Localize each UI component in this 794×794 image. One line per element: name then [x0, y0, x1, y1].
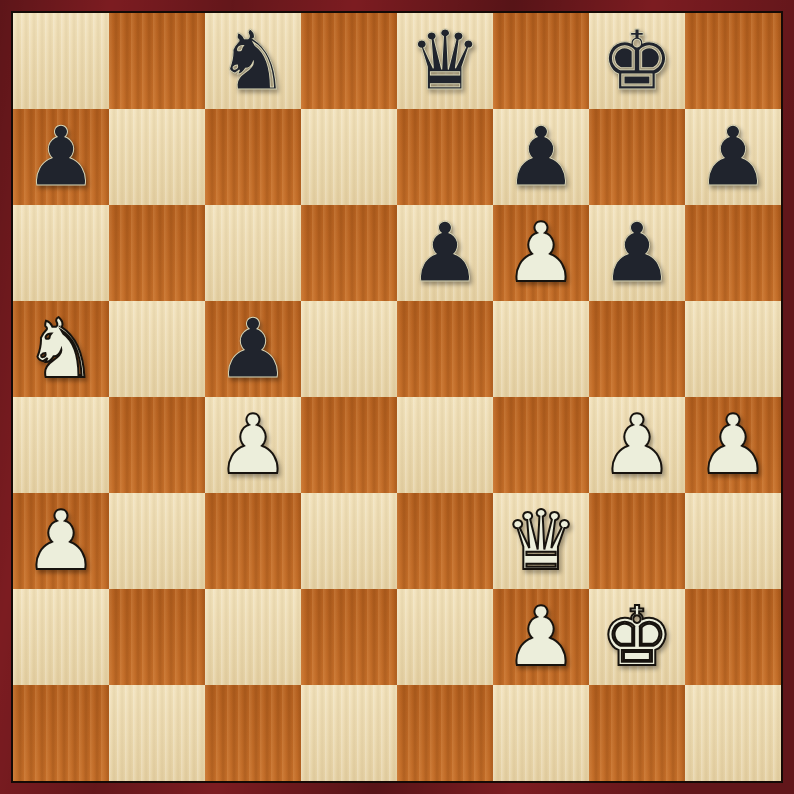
square-b6[interactable]	[109, 205, 205, 301]
square-d1[interactable]	[301, 685, 397, 781]
piece-white-pawn[interactable]: ♟	[600, 397, 674, 493]
square-h4[interactable]: ♟	[685, 397, 781, 493]
square-b1[interactable]	[109, 685, 205, 781]
square-a2[interactable]	[13, 589, 109, 685]
square-c3[interactable]	[205, 493, 301, 589]
square-d8[interactable]	[301, 13, 397, 109]
square-g7[interactable]	[589, 109, 685, 205]
square-e6[interactable]: ♟	[397, 205, 493, 301]
square-a1[interactable]	[13, 685, 109, 781]
piece-white-pawn[interactable]: ♟	[504, 205, 578, 301]
square-b7[interactable]	[109, 109, 205, 205]
square-h3[interactable]	[685, 493, 781, 589]
square-h8[interactable]	[685, 13, 781, 109]
square-g8[interactable]: ♚	[589, 13, 685, 109]
piece-white-knight[interactable]: ♞	[24, 301, 98, 397]
piece-black-queen[interactable]: ♛	[408, 13, 482, 109]
square-a8[interactable]	[13, 13, 109, 109]
square-g3[interactable]	[589, 493, 685, 589]
piece-white-pawn[interactable]: ♟	[696, 397, 770, 493]
square-c4[interactable]: ♟	[205, 397, 301, 493]
square-d2[interactable]	[301, 589, 397, 685]
square-e5[interactable]	[397, 301, 493, 397]
piece-white-pawn[interactable]: ♟	[216, 397, 290, 493]
piece-black-king[interactable]: ♚	[600, 13, 674, 109]
piece-white-queen[interactable]: ♛	[504, 493, 578, 589]
square-a6[interactable]	[13, 205, 109, 301]
piece-white-king[interactable]: ♚	[600, 589, 674, 685]
square-h5[interactable]	[685, 301, 781, 397]
square-c5[interactable]: ♟	[205, 301, 301, 397]
piece-white-pawn[interactable]: ♟	[504, 589, 578, 685]
piece-black-pawn[interactable]: ♟	[24, 109, 98, 205]
square-c1[interactable]	[205, 685, 301, 781]
square-a7[interactable]: ♟	[13, 109, 109, 205]
square-h7[interactable]: ♟	[685, 109, 781, 205]
square-a4[interactable]	[13, 397, 109, 493]
square-g4[interactable]: ♟	[589, 397, 685, 493]
piece-white-pawn[interactable]: ♟	[24, 493, 98, 589]
square-c6[interactable]	[205, 205, 301, 301]
chess-board: ♞♛♚♟♟♟♟♟♟♞♟♟♟♟♟♛♟♚	[11, 11, 783, 783]
piece-black-pawn[interactable]: ♟	[216, 301, 290, 397]
square-f8[interactable]	[493, 13, 589, 109]
square-g1[interactable]	[589, 685, 685, 781]
square-d7[interactable]	[301, 109, 397, 205]
square-a5[interactable]: ♞	[13, 301, 109, 397]
square-f5[interactable]	[493, 301, 589, 397]
square-g5[interactable]	[589, 301, 685, 397]
square-g6[interactable]: ♟	[589, 205, 685, 301]
square-h1[interactable]	[685, 685, 781, 781]
square-b5[interactable]	[109, 301, 205, 397]
square-c8[interactable]: ♞	[205, 13, 301, 109]
square-d5[interactable]	[301, 301, 397, 397]
square-d6[interactable]	[301, 205, 397, 301]
square-f4[interactable]	[493, 397, 589, 493]
square-d3[interactable]	[301, 493, 397, 589]
board-frame: ♞♛♚♟♟♟♟♟♟♞♟♟♟♟♟♛♟♚	[0, 0, 794, 794]
square-c2[interactable]	[205, 589, 301, 685]
square-e4[interactable]	[397, 397, 493, 493]
square-b4[interactable]	[109, 397, 205, 493]
square-e8[interactable]: ♛	[397, 13, 493, 109]
square-c7[interactable]	[205, 109, 301, 205]
square-e1[interactable]	[397, 685, 493, 781]
piece-black-pawn[interactable]: ♟	[600, 205, 674, 301]
square-f6[interactable]: ♟	[493, 205, 589, 301]
square-h2[interactable]	[685, 589, 781, 685]
square-h6[interactable]	[685, 205, 781, 301]
square-e7[interactable]	[397, 109, 493, 205]
square-a3[interactable]: ♟	[13, 493, 109, 589]
square-b3[interactable]	[109, 493, 205, 589]
square-f2[interactable]: ♟	[493, 589, 589, 685]
square-d4[interactable]	[301, 397, 397, 493]
square-e2[interactable]	[397, 589, 493, 685]
square-f7[interactable]: ♟	[493, 109, 589, 205]
piece-black-pawn[interactable]: ♟	[408, 205, 482, 301]
piece-black-pawn[interactable]: ♟	[696, 109, 770, 205]
piece-black-pawn[interactable]: ♟	[504, 109, 578, 205]
square-b2[interactable]	[109, 589, 205, 685]
square-b8[interactable]	[109, 13, 205, 109]
piece-black-knight[interactable]: ♞	[216, 13, 290, 109]
square-f1[interactable]	[493, 685, 589, 781]
square-f3[interactable]: ♛	[493, 493, 589, 589]
square-e3[interactable]	[397, 493, 493, 589]
square-g2[interactable]: ♚	[589, 589, 685, 685]
